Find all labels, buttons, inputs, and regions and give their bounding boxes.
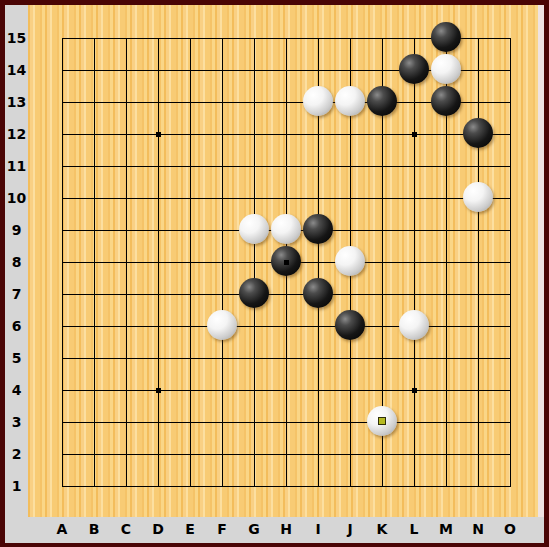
board-intersection[interactable] xyxy=(366,438,398,470)
column-label: I xyxy=(302,517,334,543)
row-label: 4 xyxy=(5,374,28,406)
board-intersection[interactable] xyxy=(206,406,238,438)
board-intersection[interactable] xyxy=(366,246,398,278)
row-label: 8 xyxy=(5,246,28,278)
board-intersection[interactable] xyxy=(142,246,174,278)
star-point xyxy=(412,388,417,393)
board-intersection[interactable] xyxy=(206,22,238,54)
column-label: A xyxy=(46,517,78,543)
board-intersection[interactable] xyxy=(334,438,366,470)
board-intersection[interactable] xyxy=(206,214,238,246)
go-board-window: 151413121110987654321 ABCDEFGHIJKLMNO xyxy=(0,0,549,547)
black-stone xyxy=(399,54,429,84)
board-intersection[interactable] xyxy=(366,470,398,502)
board-intersection[interactable] xyxy=(302,214,334,246)
board-intersection[interactable] xyxy=(174,310,206,342)
board-intersection[interactable] xyxy=(174,342,206,374)
right-margin xyxy=(538,5,544,517)
board-intersection[interactable] xyxy=(398,246,430,278)
board-intersection[interactable] xyxy=(174,374,206,406)
board-intersection[interactable] xyxy=(462,22,494,54)
board-intersection[interactable] xyxy=(366,118,398,150)
board-intersection[interactable] xyxy=(430,278,462,310)
board-intersection[interactable] xyxy=(206,150,238,182)
board-intersection[interactable] xyxy=(494,150,526,182)
board-intersection[interactable] xyxy=(270,86,302,118)
board-intersection[interactable] xyxy=(142,86,174,118)
board-intersection[interactable] xyxy=(78,342,110,374)
board-intersection[interactable] xyxy=(462,118,494,150)
column-label: N xyxy=(462,517,494,543)
board-intersection[interactable] xyxy=(334,214,366,246)
board-intersection[interactable] xyxy=(110,406,142,438)
board-intersection[interactable] xyxy=(366,86,398,118)
column-label: F xyxy=(206,517,238,543)
board-intersection[interactable] xyxy=(174,54,206,86)
board-intersection[interactable] xyxy=(398,22,430,54)
board-intersection[interactable] xyxy=(430,374,462,406)
board-intersection[interactable] xyxy=(334,310,366,342)
board-intersection[interactable] xyxy=(366,54,398,86)
board-intersection[interactable] xyxy=(398,470,430,502)
board-intersection[interactable] xyxy=(110,246,142,278)
board-intersection[interactable] xyxy=(206,374,238,406)
column-label: E xyxy=(174,517,206,543)
board-intersection[interactable] xyxy=(78,214,110,246)
board-intersection[interactable] xyxy=(174,86,206,118)
board-intersection[interactable] xyxy=(238,438,270,470)
board-intersection[interactable] xyxy=(494,278,526,310)
board-intersection[interactable] xyxy=(46,214,78,246)
board-intersection[interactable] xyxy=(366,182,398,214)
board-intersection[interactable] xyxy=(494,438,526,470)
board-intersection[interactable] xyxy=(430,342,462,374)
board-intersection[interactable] xyxy=(270,118,302,150)
board-intersection[interactable] xyxy=(270,54,302,86)
board-intersection[interactable] xyxy=(238,374,270,406)
board-intersection[interactable] xyxy=(46,342,78,374)
board-intersection[interactable] xyxy=(462,150,494,182)
board-intersection[interactable] xyxy=(142,22,174,54)
board-intersection[interactable] xyxy=(302,438,334,470)
go-board xyxy=(28,5,538,517)
board-intersection[interactable] xyxy=(110,150,142,182)
board-intersection[interactable] xyxy=(46,278,78,310)
column-label: J xyxy=(334,517,366,543)
board-intersection[interactable] xyxy=(462,438,494,470)
board-intersection[interactable] xyxy=(462,470,494,502)
board-intersection[interactable] xyxy=(206,118,238,150)
board-intersection[interactable] xyxy=(174,438,206,470)
board-intersection[interactable] xyxy=(398,182,430,214)
board-intersection[interactable] xyxy=(174,150,206,182)
board-intersection[interactable] xyxy=(206,310,238,342)
board-intersection[interactable] xyxy=(110,182,142,214)
board-intersection[interactable] xyxy=(334,470,366,502)
board-intersection[interactable] xyxy=(302,182,334,214)
board-intersection[interactable] xyxy=(142,406,174,438)
board-intersection[interactable] xyxy=(78,86,110,118)
board-intersection[interactable] xyxy=(334,182,366,214)
black-stone xyxy=(239,278,269,308)
board-intersection[interactable] xyxy=(334,22,366,54)
board-intersection[interactable] xyxy=(206,470,238,502)
board-intersection[interactable] xyxy=(494,246,526,278)
board-intersection[interactable] xyxy=(110,86,142,118)
board-intersection[interactable] xyxy=(78,470,110,502)
board-intersection[interactable] xyxy=(206,54,238,86)
board-intersection[interactable] xyxy=(110,22,142,54)
white-stone xyxy=(463,182,493,212)
board-intersection[interactable] xyxy=(462,54,494,86)
board-intersection[interactable] xyxy=(206,182,238,214)
board-intersection[interactable] xyxy=(366,214,398,246)
black-stone xyxy=(463,118,493,148)
white-stone xyxy=(271,214,301,244)
board-intersection[interactable] xyxy=(430,246,462,278)
board-intersection[interactable] xyxy=(238,54,270,86)
board-intersection[interactable] xyxy=(302,278,334,310)
board-intersection[interactable] xyxy=(110,470,142,502)
board-intersection[interactable] xyxy=(494,406,526,438)
board-intersection[interactable] xyxy=(270,342,302,374)
black-stone xyxy=(367,86,397,116)
board-intersection[interactable] xyxy=(366,278,398,310)
board-intersection[interactable] xyxy=(174,118,206,150)
column-label: H xyxy=(270,517,302,543)
board-intersection[interactable] xyxy=(302,22,334,54)
row-label: 6 xyxy=(5,310,28,342)
board-intersection[interactable] xyxy=(494,182,526,214)
board-intersection[interactable] xyxy=(430,406,462,438)
board-intersection[interactable] xyxy=(142,278,174,310)
board-intersection[interactable] xyxy=(462,246,494,278)
row-label: 2 xyxy=(5,438,28,470)
white-stone xyxy=(431,54,461,84)
board-intersection[interactable] xyxy=(206,278,238,310)
board-intersection[interactable] xyxy=(78,22,110,54)
board-intersection[interactable] xyxy=(462,86,494,118)
board-intersection[interactable] xyxy=(270,470,302,502)
board-intersection[interactable] xyxy=(494,374,526,406)
board-intersection[interactable] xyxy=(78,246,110,278)
column-label: C xyxy=(110,517,142,543)
board-intersection[interactable] xyxy=(398,86,430,118)
white-stone xyxy=(399,310,429,340)
board-intersection[interactable] xyxy=(110,278,142,310)
board-intersection[interactable] xyxy=(78,438,110,470)
board-intersection[interactable] xyxy=(46,246,78,278)
board-intersection[interactable] xyxy=(430,54,462,86)
column-label: L xyxy=(398,517,430,543)
board-intersection[interactable] xyxy=(398,406,430,438)
board-intersection[interactable] xyxy=(430,310,462,342)
board-area: 151413121110987654321 ABCDEFGHIJKLMNO xyxy=(5,5,544,543)
board-intersection[interactable] xyxy=(302,150,334,182)
column-label: D xyxy=(142,517,174,543)
board-intersection[interactable] xyxy=(110,374,142,406)
board-intersection[interactable] xyxy=(494,310,526,342)
row-label: 9 xyxy=(5,214,28,246)
board-intersection[interactable] xyxy=(366,342,398,374)
board-intersection[interactable] xyxy=(238,470,270,502)
board-intersection[interactable] xyxy=(270,278,302,310)
board-intersection[interactable] xyxy=(46,150,78,182)
row-label: 10 xyxy=(5,182,28,214)
board-intersection[interactable] xyxy=(142,342,174,374)
board-intersection[interactable] xyxy=(238,246,270,278)
board-intersection[interactable] xyxy=(270,310,302,342)
board-intersection[interactable] xyxy=(238,118,270,150)
board-intersection[interactable] xyxy=(110,118,142,150)
board-intersection[interactable] xyxy=(110,214,142,246)
board-intersection[interactable] xyxy=(238,310,270,342)
board-intersection[interactable] xyxy=(334,246,366,278)
board-intersection[interactable] xyxy=(398,150,430,182)
row-label: 5 xyxy=(5,342,28,374)
board-intersection[interactable] xyxy=(334,374,366,406)
board-intersection[interactable] xyxy=(398,438,430,470)
board-intersection[interactable] xyxy=(430,182,462,214)
board-intersection[interactable] xyxy=(494,86,526,118)
board-intersection[interactable] xyxy=(238,86,270,118)
board-intersection[interactable] xyxy=(462,278,494,310)
board-intersection[interactable] xyxy=(206,246,238,278)
white-stone xyxy=(335,246,365,276)
board-intersection[interactable] xyxy=(302,86,334,118)
board-intersection[interactable] xyxy=(462,342,494,374)
board-intersection[interactable] xyxy=(238,214,270,246)
board-intersection[interactable] xyxy=(430,438,462,470)
white-stone xyxy=(367,406,397,436)
board-intersection[interactable] xyxy=(110,342,142,374)
board-intersection[interactable] xyxy=(142,182,174,214)
board-intersection[interactable] xyxy=(206,342,238,374)
row-label: 14 xyxy=(5,54,28,86)
board-intersection[interactable] xyxy=(430,150,462,182)
board-intersection[interactable] xyxy=(78,150,110,182)
star-point xyxy=(156,388,161,393)
board-intersection[interactable] xyxy=(398,214,430,246)
board-intersection[interactable] xyxy=(78,118,110,150)
board-intersection[interactable] xyxy=(46,374,78,406)
board-intersection[interactable] xyxy=(398,54,430,86)
board-intersection[interactable] xyxy=(110,310,142,342)
board-intersection[interactable] xyxy=(206,86,238,118)
board-intersection[interactable] xyxy=(46,310,78,342)
column-label: G xyxy=(238,517,270,543)
board-intersection[interactable] xyxy=(238,22,270,54)
column-label: O xyxy=(494,517,526,543)
board-intersection[interactable] xyxy=(78,54,110,86)
board-intersection[interactable] xyxy=(206,438,238,470)
row-label: 7 xyxy=(5,278,28,310)
board-intersection[interactable] xyxy=(238,150,270,182)
column-label: B xyxy=(78,517,110,543)
board-intersection[interactable] xyxy=(462,182,494,214)
board-intersection[interactable] xyxy=(462,310,494,342)
board-intersection[interactable] xyxy=(430,86,462,118)
board-intersection[interactable] xyxy=(398,310,430,342)
row-label: 12 xyxy=(5,118,28,150)
board-intersection[interactable] xyxy=(270,214,302,246)
board-intersection[interactable] xyxy=(302,246,334,278)
board-intersection[interactable] xyxy=(302,118,334,150)
board-intersection[interactable] xyxy=(430,22,462,54)
board-intersection[interactable] xyxy=(494,470,526,502)
row-label: 1 xyxy=(5,470,28,502)
board-intersection[interactable] xyxy=(334,150,366,182)
white-stone xyxy=(335,86,365,116)
star-point xyxy=(284,260,289,265)
board-intersection[interactable] xyxy=(142,310,174,342)
row-labels: 151413121110987654321 xyxy=(5,5,28,517)
board-intersection[interactable] xyxy=(46,438,78,470)
row-label: 15 xyxy=(5,22,28,54)
board-intersection[interactable] xyxy=(78,278,110,310)
board-intersection[interactable] xyxy=(430,470,462,502)
board-intersection[interactable] xyxy=(46,182,78,214)
board-intersection[interactable] xyxy=(366,22,398,54)
black-stone xyxy=(431,22,461,52)
board-intersection[interactable] xyxy=(174,214,206,246)
board-intersection[interactable] xyxy=(46,86,78,118)
board-intersection[interactable] xyxy=(270,374,302,406)
board-intersection[interactable] xyxy=(302,310,334,342)
board-intersection[interactable] xyxy=(302,342,334,374)
row-label: 11 xyxy=(5,150,28,182)
board-intersection[interactable] xyxy=(110,438,142,470)
board-intersection[interactable] xyxy=(142,470,174,502)
star-point xyxy=(412,132,417,137)
board-intersection[interactable] xyxy=(46,118,78,150)
board-intersection[interactable] xyxy=(174,22,206,54)
board-intersection[interactable] xyxy=(46,22,78,54)
board-intersection[interactable] xyxy=(462,406,494,438)
white-stone xyxy=(303,86,333,116)
board-intersection[interactable] xyxy=(334,406,366,438)
board-intersection[interactable] xyxy=(270,182,302,214)
board-intersection[interactable] xyxy=(334,278,366,310)
board-intersection[interactable] xyxy=(366,406,398,438)
board-intersection[interactable] xyxy=(494,54,526,86)
board-intersection[interactable] xyxy=(174,406,206,438)
white-stone xyxy=(239,214,269,244)
board-intersection[interactable] xyxy=(238,182,270,214)
board-intersection[interactable] xyxy=(398,342,430,374)
board-intersection[interactable] xyxy=(142,150,174,182)
board-intersection[interactable] xyxy=(270,438,302,470)
board-intersection[interactable] xyxy=(78,310,110,342)
board-intersection[interactable] xyxy=(174,278,206,310)
column-labels: ABCDEFGHIJKLMNO xyxy=(5,517,544,543)
board-intersection[interactable] xyxy=(238,406,270,438)
board-intersection[interactable] xyxy=(334,342,366,374)
black-stone xyxy=(303,214,333,244)
star-point xyxy=(156,132,161,137)
board-intersection[interactable] xyxy=(174,470,206,502)
board-intersection[interactable] xyxy=(238,342,270,374)
board-intersection[interactable] xyxy=(46,406,78,438)
white-stone xyxy=(207,310,237,340)
black-stone xyxy=(431,86,461,116)
board-intersection[interactable] xyxy=(334,54,366,86)
board-intersection[interactable] xyxy=(302,54,334,86)
board-intersection[interactable] xyxy=(174,182,206,214)
board-intersection[interactable] xyxy=(430,118,462,150)
board-intersection[interactable] xyxy=(110,54,142,86)
row-label: 3 xyxy=(5,406,28,438)
board-intersection[interactable] xyxy=(270,150,302,182)
board-intersection[interactable] xyxy=(462,374,494,406)
board-intersection[interactable] xyxy=(366,374,398,406)
board-intersection[interactable] xyxy=(302,406,334,438)
board-intersection[interactable] xyxy=(142,438,174,470)
column-label: M xyxy=(430,517,462,543)
board-intersection[interactable] xyxy=(302,470,334,502)
board-intersection[interactable] xyxy=(494,342,526,374)
board-intersection[interactable] xyxy=(142,54,174,86)
board-intersection[interactable] xyxy=(494,22,526,54)
board-intersection[interactable] xyxy=(46,470,78,502)
board-intersection[interactable] xyxy=(494,118,526,150)
board-intersection[interactable] xyxy=(462,214,494,246)
board-intersection[interactable] xyxy=(174,246,206,278)
board-intersection[interactable] xyxy=(78,182,110,214)
board-intersection[interactable] xyxy=(494,214,526,246)
column-label: K xyxy=(366,517,398,543)
board-intersection[interactable] xyxy=(46,54,78,86)
black-stone xyxy=(303,278,333,308)
board-intersection[interactable] xyxy=(302,374,334,406)
board-intersection[interactable] xyxy=(366,150,398,182)
board-intersection[interactable] xyxy=(78,374,110,406)
board-intersection[interactable] xyxy=(270,22,302,54)
board-intersection[interactable] xyxy=(430,214,462,246)
board-intersection[interactable] xyxy=(334,86,366,118)
board-intersection[interactable] xyxy=(334,118,366,150)
last-move-marker xyxy=(378,417,386,425)
row-label: 13 xyxy=(5,86,28,118)
board-intersection[interactable] xyxy=(270,406,302,438)
board-intersection[interactable] xyxy=(238,278,270,310)
board-intersection[interactable] xyxy=(142,214,174,246)
board-intersection[interactable] xyxy=(366,310,398,342)
board-intersection[interactable] xyxy=(398,278,430,310)
black-stone xyxy=(335,310,365,340)
board-intersection[interactable] xyxy=(78,406,110,438)
